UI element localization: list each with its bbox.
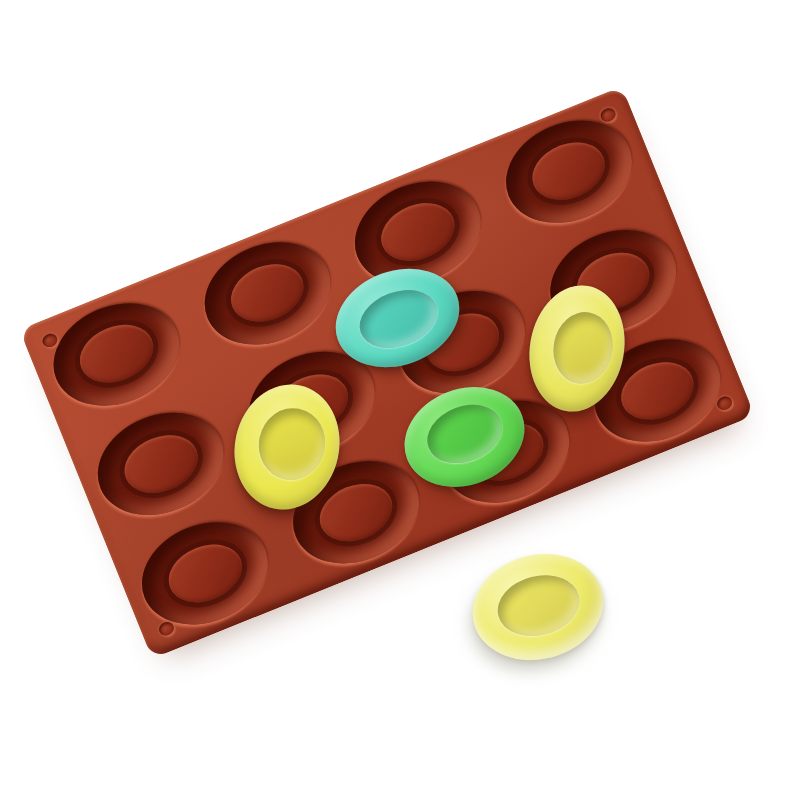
mold-corner-hole (40, 331, 59, 349)
yellow-piece-recess (252, 402, 331, 486)
cavity-floor (72, 315, 162, 394)
product-photo (0, 0, 800, 800)
cavity-floor (612, 352, 702, 431)
cavity-floor (116, 425, 206, 504)
cavity-floor (160, 534, 250, 613)
cavity-floor (222, 254, 312, 333)
mold-cavity (189, 224, 346, 363)
mold-cavity (38, 285, 195, 424)
teal-piece-recess (351, 280, 445, 358)
silicone-mold (19, 86, 755, 659)
yellow-oval-piece-bottom (461, 541, 614, 674)
cavity-floor (524, 132, 614, 211)
mold-cavity (83, 394, 240, 533)
yellow-piece-recess (491, 567, 586, 645)
mold-cavity (490, 102, 647, 241)
mold-corner-hole (715, 394, 734, 412)
mold-corner-hole (156, 620, 175, 638)
mold-corner-hole (598, 106, 617, 124)
mold-cavity (127, 504, 284, 643)
cavity-floor (373, 193, 463, 272)
yellow-piece-recess (548, 306, 619, 388)
green-piece-recess (418, 394, 510, 473)
